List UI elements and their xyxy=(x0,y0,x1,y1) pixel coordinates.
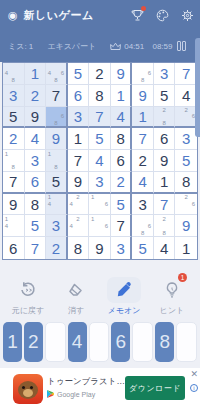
user-digit: 2 xyxy=(31,88,39,103)
cell-r1c6[interactable]: 9 xyxy=(132,85,154,107)
given-digit: 8 xyxy=(31,197,39,212)
pencil-notes: 68 xyxy=(132,63,153,84)
cell-r8c5[interactable]: 3 xyxy=(111,237,133,259)
numpad-key-4[interactable]: 4 xyxy=(68,322,87,362)
cell-r3c4[interactable]: 5 xyxy=(89,128,111,150)
header: ◉ 新しいゲーム ミス: 1 エキスパート 04:51 xyxy=(0,0,200,62)
pencil-notes: 468 xyxy=(46,63,66,84)
cell-r4c5[interactable]: 6 xyxy=(111,150,133,172)
sudoku-board: 4814685296837327681954596837412826249158… xyxy=(2,62,198,260)
given-digit: 5 xyxy=(160,88,168,103)
given-digit: 1 xyxy=(182,241,190,256)
cell-r1c1[interactable]: 2 xyxy=(25,85,47,107)
given-digit: 5 xyxy=(9,109,17,124)
given-digit: 2 xyxy=(138,153,146,168)
user-digit: 7 xyxy=(160,197,168,212)
given-digit: 6 xyxy=(116,153,124,168)
user-digit: 4 xyxy=(31,131,39,146)
cell-r2c3[interactable]: 3 xyxy=(68,107,90,129)
cell-r7c0[interactable]: 14 xyxy=(3,215,25,237)
trophy-icon[interactable] xyxy=(130,8,144,22)
cell-r6c7[interactable]: 7 xyxy=(154,194,176,216)
numpad-key-6[interactable]: 6 xyxy=(111,322,130,362)
given-digit: 8 xyxy=(182,174,190,189)
ad-close-icon[interactable]: ✕ xyxy=(190,370,198,379)
cell-r3c8[interactable]: 3 xyxy=(175,128,197,150)
user-digit: 9 xyxy=(116,66,124,81)
user-digit: 5 xyxy=(31,218,39,233)
pencil-notes: 48 xyxy=(3,63,24,84)
cell-r4c6[interactable]: 2 xyxy=(132,150,154,172)
numpad-key-1[interactable]: 1 xyxy=(3,322,22,362)
cell-r8c7[interactable]: 4 xyxy=(154,237,176,259)
toolbar: 元に戻す 消す メモオン 1 ヒント xyxy=(0,266,200,316)
cell-r7c4[interactable]: 16 xyxy=(89,215,111,237)
user-digit: 9 xyxy=(52,131,60,146)
erase-button[interactable]: 消す xyxy=(53,277,99,316)
user-digit: 3 xyxy=(95,174,103,189)
sudoku-app-screen: ◉ 新しいゲーム ミス: 1 エキスパート 04:51 xyxy=(0,0,200,411)
trophy-notification-dot xyxy=(141,6,146,11)
cell-r2c1[interactable]: 9 xyxy=(25,107,47,129)
cell-r6c1[interactable]: 8 xyxy=(25,194,47,216)
user-digit: 3 xyxy=(31,153,39,168)
given-digit: 7 xyxy=(116,218,124,233)
ad-banner[interactable]: トゥーンブラスト… Google Play ダウンロード ✕ i xyxy=(0,368,200,411)
ad-app-icon[interactable] xyxy=(13,374,43,404)
cell-r8c0[interactable]: 6 xyxy=(3,237,25,259)
pencil-notes: 28 xyxy=(154,215,175,236)
cell-r4c7[interactable]: 9 xyxy=(154,150,176,172)
numpad-key-8[interactable]: 8 xyxy=(155,322,174,362)
user-digit: 1 xyxy=(31,66,39,81)
cell-r0c1[interactable]: 1 xyxy=(25,63,47,85)
cell-r2c6[interactable]: 1 xyxy=(132,107,154,129)
given-digit: 7 xyxy=(74,153,82,168)
number-pad: 12468 xyxy=(0,322,200,362)
pencil-notes: 14 xyxy=(46,194,66,215)
cell-r0c6[interactable]: 68 xyxy=(132,63,154,85)
numpad-key-2[interactable]: 2 xyxy=(24,322,43,362)
cell-r1c8[interactable]: 4 xyxy=(175,85,197,107)
cell-r0c3[interactable]: 5 xyxy=(68,63,90,85)
user-digit: 9 xyxy=(182,218,190,233)
given-digit: 6 xyxy=(9,241,17,256)
title-row: ◉ 新しいゲーム xyxy=(0,0,200,30)
cell-r3c3[interactable]: 1 xyxy=(68,128,90,150)
cell-r5c3[interactable]: 9 xyxy=(68,172,90,194)
given-digit: 8 xyxy=(116,131,124,146)
cell-r6c0[interactable]: 9 xyxy=(3,194,25,216)
hint-badge: 1 xyxy=(178,273,187,282)
user-digit: 4 xyxy=(95,153,103,168)
given-digit: 9 xyxy=(9,197,17,212)
notes-toggle-button[interactable]: メモオン xyxy=(101,277,147,316)
given-digit: 1 xyxy=(160,174,168,189)
cell-r4c1[interactable]: 3 xyxy=(25,150,47,172)
user-digit: 3 xyxy=(52,218,60,233)
status-bar: ミス: 1 エキスパート 04:51 08:59 xyxy=(0,30,200,62)
cell-r4c2[interactable]: 18 xyxy=(46,150,68,172)
ad-info-icon[interactable]: i xyxy=(190,384,198,392)
cell-r3c7[interactable]: 6 xyxy=(154,128,176,150)
cell-r6c3[interactable]: 24 xyxy=(68,194,90,216)
user-digit: 4 xyxy=(138,174,146,189)
pencil-notes: 18 xyxy=(3,150,24,171)
pencil-notes: 26 xyxy=(175,107,197,127)
cell-r2c5[interactable]: 4 xyxy=(111,107,133,129)
user-digit: 3 xyxy=(116,241,124,256)
given-digit: 7 xyxy=(52,88,60,103)
erase-label: 消す xyxy=(53,305,99,316)
cell-r3c2[interactable]: 9 xyxy=(46,128,68,150)
best-time: 04:51 xyxy=(124,42,144,51)
cell-r7c1[interactable]: 5 xyxy=(25,215,47,237)
undo-button[interactable]: 元に戻す xyxy=(5,277,51,316)
ad-title: トゥーンブラスト… xyxy=(47,376,125,388)
given-digit: 8 xyxy=(95,88,103,103)
cell-r5c4[interactable]: 3 xyxy=(89,172,111,194)
pencil-notes: 24 xyxy=(68,215,89,236)
cell-r8c6[interactable]: 5 xyxy=(132,237,154,259)
settings-gear-icon[interactable] xyxy=(180,8,194,22)
pencil-notes: 68 xyxy=(46,107,66,127)
cell-r3c6[interactable]: 7 xyxy=(132,128,154,150)
cell-r5c0[interactable]: 7 xyxy=(3,172,25,194)
user-digit: 3 xyxy=(182,131,190,146)
numpad-key-3[interactable] xyxy=(45,322,66,362)
cell-r5c5[interactable]: 2 xyxy=(111,172,133,194)
given-digit: 7 xyxy=(9,174,17,189)
user-digit: 7 xyxy=(95,109,103,124)
record-icon: ◉ xyxy=(8,10,18,21)
pencil-notes: 16 xyxy=(89,215,110,236)
given-digit: 5 xyxy=(52,174,60,189)
cell-r8c8[interactable]: 1 xyxy=(175,237,197,259)
cell-r4c8[interactable]: 5 xyxy=(175,150,197,172)
given-digit: 1 xyxy=(74,131,82,146)
given-digit: 3 xyxy=(138,197,146,212)
ad-store-label: Google Play xyxy=(57,391,95,398)
cell-r6c4[interactable]: 16 xyxy=(89,194,111,216)
given-digit: 4 xyxy=(182,88,190,103)
user-digit: 6 xyxy=(74,88,82,103)
cell-r5c1[interactable]: 6 xyxy=(25,172,47,194)
cell-r7c7[interactable]: 28 xyxy=(154,215,176,237)
user-digit: 7 xyxy=(138,131,146,146)
user-digit: 7 xyxy=(31,241,39,256)
user-digit: 1 xyxy=(138,109,146,124)
edge-panel-handle[interactable] xyxy=(195,38,200,137)
cell-r2c4[interactable]: 7 xyxy=(89,107,111,129)
cell-r4c3[interactable]: 7 xyxy=(68,150,90,172)
user-digit: 3 xyxy=(9,88,17,103)
cell-r0c8[interactable]: 7 xyxy=(175,63,197,85)
notes-label: メモオン xyxy=(101,305,147,316)
user-digit: 3 xyxy=(160,66,168,81)
cell-r0c4[interactable]: 2 xyxy=(89,63,111,85)
google-play-icon xyxy=(47,390,54,398)
ad-store-row: Google Play xyxy=(47,390,95,398)
cell-r6c5[interactable]: 5 xyxy=(111,194,133,216)
pencil-icon xyxy=(115,281,133,299)
cell-r0c5[interactable]: 9 xyxy=(111,63,133,85)
numpad-key-7[interactable] xyxy=(132,322,153,362)
given-digit: 9 xyxy=(95,241,103,256)
cell-r1c7[interactable]: 5 xyxy=(154,85,176,107)
hint-label: ヒント xyxy=(149,305,195,316)
user-digit: 5 xyxy=(95,131,103,146)
numpad-key-9[interactable] xyxy=(176,322,197,362)
cell-r2c0[interactable]: 5 xyxy=(3,107,25,129)
cell-r7c3[interactable]: 24 xyxy=(68,215,90,237)
hint-button[interactable]: 1 ヒント xyxy=(149,277,195,316)
difficulty-label: エキスパート xyxy=(47,41,96,52)
cell-r7c8[interactable]: 9 xyxy=(175,215,197,237)
cell-r5c7[interactable]: 1 xyxy=(154,172,176,194)
cell-r8c1[interactable]: 7 xyxy=(25,237,47,259)
cell-r4c4[interactable]: 4 xyxy=(89,150,111,172)
cell-r2c7[interactable]: 28 xyxy=(154,107,176,129)
pencil-notes: 26 xyxy=(175,194,197,215)
user-digit: 9 xyxy=(138,88,146,103)
undo-icon xyxy=(19,281,37,299)
mistakes-counter: ミス: 1 xyxy=(8,41,33,52)
cell-r7c5[interactable]: 7 xyxy=(111,215,133,237)
cell-r1c3[interactable]: 6 xyxy=(68,85,90,107)
cell-r5c2[interactable]: 5 xyxy=(46,172,68,194)
user-digit: 5 xyxy=(74,66,82,81)
pencil-notes: 24 xyxy=(68,194,89,215)
crown-icon xyxy=(110,42,121,51)
cell-r6c6[interactable]: 3 xyxy=(132,194,154,216)
given-digit: 8 xyxy=(74,241,82,256)
cell-r8c2[interactable]: 2 xyxy=(46,237,68,259)
user-digit: 7 xyxy=(182,66,190,81)
user-digit: 5 xyxy=(138,241,146,256)
cell-r2c8[interactable]: 26 xyxy=(175,107,197,129)
user-digit: 3 xyxy=(74,109,82,124)
cell-r1c5[interactable]: 1 xyxy=(111,85,133,107)
cell-r1c4[interactable]: 8 xyxy=(89,85,111,107)
cell-r8c3[interactable]: 8 xyxy=(68,237,90,259)
given-digit: 6 xyxy=(160,131,168,146)
cell-r3c5[interactable]: 8 xyxy=(111,128,133,150)
user-digit: 6 xyxy=(31,174,39,189)
cell-r6c2[interactable]: 14 xyxy=(46,194,68,216)
user-digit: 2 xyxy=(9,131,17,146)
user-digit: 5 xyxy=(116,197,124,212)
pause-button[interactable] xyxy=(177,41,187,51)
timer-value: 08:59 xyxy=(152,42,172,51)
cell-r5c8[interactable]: 8 xyxy=(175,172,197,194)
pencil-notes: 28 xyxy=(154,107,175,127)
page-title: 新しいゲーム xyxy=(24,8,94,23)
eraser-icon xyxy=(67,281,85,299)
pencil-notes: 16 xyxy=(89,194,110,215)
cell-r1c0[interactable]: 3 xyxy=(3,85,25,107)
given-digit: 9 xyxy=(74,174,82,189)
cell-r1c2[interactable]: 7 xyxy=(46,85,68,107)
cell-r4c0[interactable]: 18 xyxy=(3,150,25,172)
given-digit: 9 xyxy=(160,153,168,168)
cell-r6c8[interactable]: 26 xyxy=(175,194,197,216)
cell-r0c7[interactable]: 3 xyxy=(154,63,176,85)
user-digit: 4 xyxy=(116,109,124,124)
user-digit: 2 xyxy=(116,174,124,189)
palette-icon[interactable] xyxy=(155,8,169,22)
undo-label: 元に戻す xyxy=(5,305,51,316)
cell-r8c4[interactable]: 9 xyxy=(89,237,111,259)
pencil-notes: 68 xyxy=(132,215,153,236)
cell-r3c0[interactable]: 2 xyxy=(3,128,25,150)
cell-r0c0[interactable]: 48 xyxy=(3,63,25,85)
cell-r3c1[interactable]: 4 xyxy=(25,128,47,150)
user-digit: 2 xyxy=(52,241,60,256)
cell-r7c2[interactable]: 3 xyxy=(46,215,68,237)
pencil-notes: 14 xyxy=(3,215,24,236)
numpad-key-5[interactable] xyxy=(89,322,110,362)
cell-r0c2[interactable]: 468 xyxy=(46,63,68,85)
pencil-notes: 18 xyxy=(46,150,66,171)
ad-download-button[interactable]: ダウンロード xyxy=(125,376,185,400)
user-digit: 5 xyxy=(182,153,190,168)
given-digit: 2 xyxy=(95,66,103,81)
given-digit: 4 xyxy=(160,241,168,256)
user-digit: 1 xyxy=(116,88,124,103)
cell-r7c6[interactable]: 68 xyxy=(132,215,154,237)
cell-r2c2[interactable]: 68 xyxy=(46,107,68,129)
lightbulb-icon xyxy=(163,281,181,299)
given-digit: 9 xyxy=(31,109,39,124)
cell-r5c6[interactable]: 4 xyxy=(132,172,154,194)
